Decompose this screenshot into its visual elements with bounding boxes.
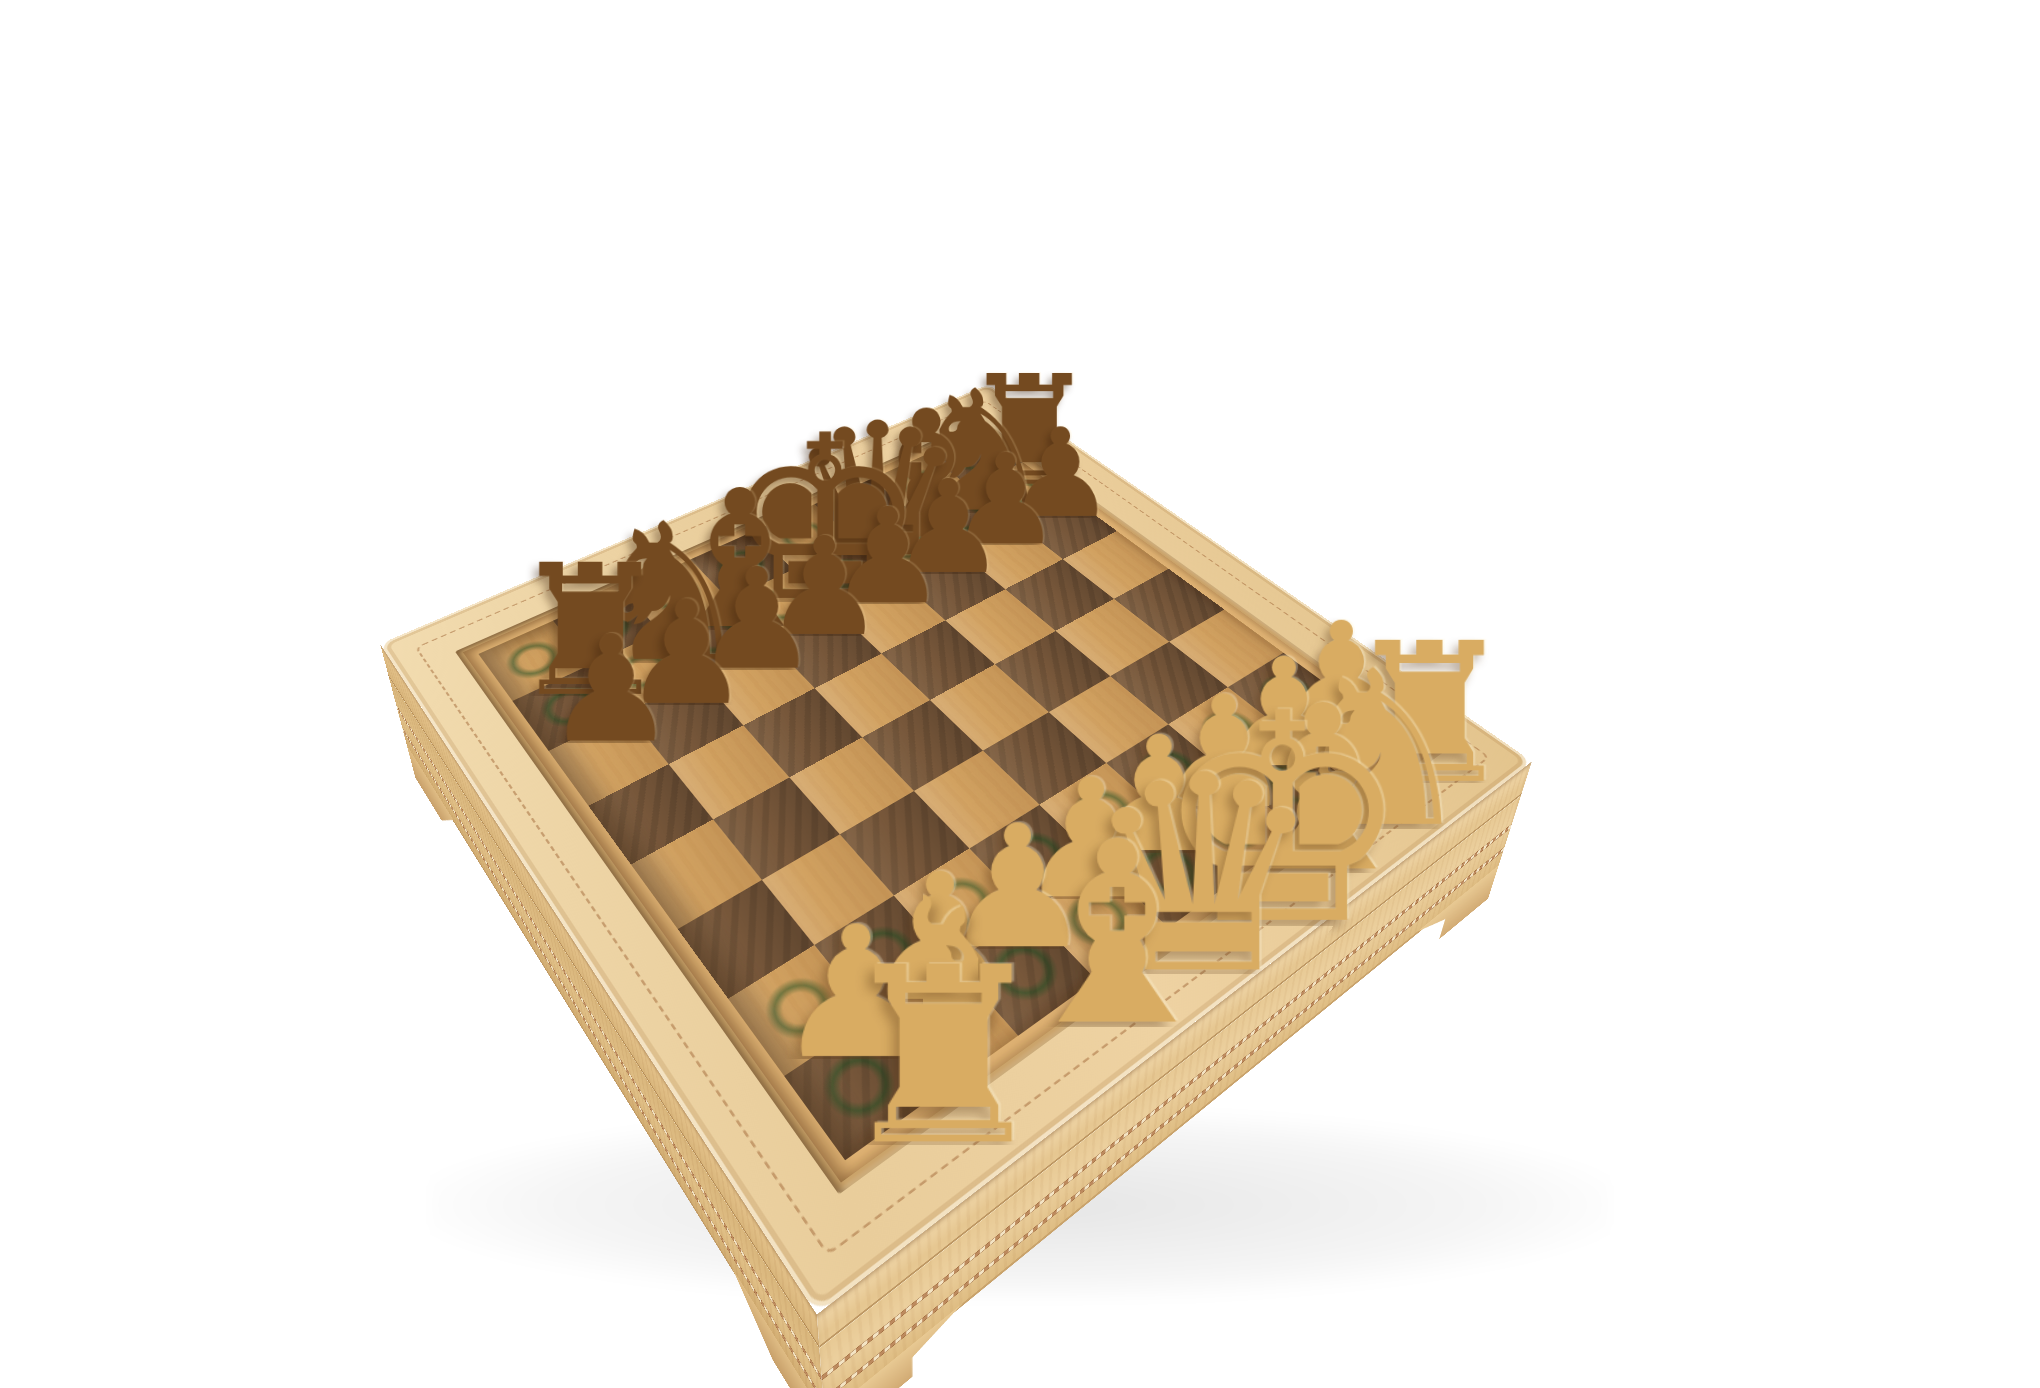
case-lid-top: ♜♞♝♚♛♝♞♜♟♟♟♟♟♟♟♟♟♟♟♟♟♟♟♟♜♞♝♛♚♝♞♜ xyxy=(380,384,1532,1314)
product-photo-scene: ♜♞♝♚♛♝♞♜♟♟♟♟♟♟♟♟♟♟♟♟♟♟♟♟♜♞♝♛♚♝♞♜ xyxy=(0,0,2040,1388)
chess-storage-case: ♜♞♝♚♛♝♞♜♟♟♟♟♟♟♟♟♟♟♟♟♟♟♟♟♜♞♝♛♚♝♞♜ xyxy=(380,384,1532,1314)
piece-light-rook-a1: ♜ xyxy=(834,935,945,1126)
piece-dark-pawn-a7: ♟ xyxy=(545,615,630,730)
